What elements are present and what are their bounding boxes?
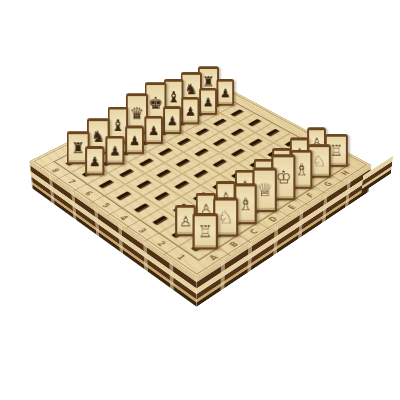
piece-black-pawn-a7[interactable]: ♟ — [85, 146, 104, 175]
piece-slot — [266, 129, 279, 137]
piece-slot — [197, 91, 210, 98]
piece-slot — [248, 119, 261, 126]
piece-slot — [125, 128, 139, 136]
piece-slot — [141, 138, 155, 146]
piece-black-pawn-b7[interactable]: ♟ — [105, 136, 124, 165]
piece-slot — [160, 128, 174, 136]
piece-slot — [178, 118, 192, 125]
white-rook-glyph: ♘ — [312, 154, 326, 169]
piece-slot — [158, 148, 172, 156]
product-photo-scene: ABCDEFGH 87654321 ♜♞♝♛♚♝♞♜♟♟♟♟♟♟♟♟♙♙♙♙♙♙… — [0, 0, 400, 400]
piece-slot — [214, 100, 227, 107]
chess-board: ABCDEFGH 87654321 ♜♞♝♛♚♝♞♜♟♟♟♟♟♟♟♟♙♙♙♙♙♙… — [29, 74, 371, 278]
piece-slot — [231, 129, 245, 137]
white-rook-glyph: ♖ — [198, 223, 213, 240]
white-bishop-glyph: ♗ — [238, 196, 253, 213]
piece-slot — [177, 138, 191, 146]
piece-slot — [231, 109, 244, 116]
piece-slot — [231, 149, 245, 157]
piece-slot — [162, 109, 175, 116]
piece-slot — [196, 109, 209, 116]
white-king-glyph: ♔ — [275, 169, 291, 187]
piece-slot — [143, 118, 157, 125]
white-knight-glyph: ♘ — [218, 209, 234, 227]
piece-slot — [213, 119, 226, 126]
white-queen-glyph: ♕ — [257, 181, 273, 199]
piece-slot — [195, 148, 209, 156]
white-pawn-glyph: ♙ — [179, 214, 192, 228]
black-pawn-glyph: ♟ — [109, 144, 121, 157]
piece-slot — [249, 139, 263, 147]
piece-slot — [213, 138, 227, 146]
piece-slot — [180, 100, 193, 107]
white-rook-glyph: ♖ — [330, 143, 344, 158]
black-pawn-glyph: ♟ — [89, 155, 101, 168]
piece-white-rook-a1[interactable]: ♖ — [192, 213, 218, 250]
white-bishop-glyph: ♗ — [294, 161, 309, 178]
piece-slot — [195, 128, 209, 136]
black-rook-glyph: ♜ — [71, 141, 84, 156]
